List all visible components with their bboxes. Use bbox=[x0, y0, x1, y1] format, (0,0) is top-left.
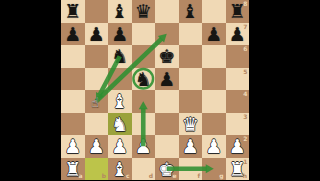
square-c2[interactable]: ♟ bbox=[108, 135, 132, 158]
square-b1[interactable]: b bbox=[85, 158, 109, 181]
white-pawn-a2[interactable]: ♟ bbox=[61, 135, 85, 158]
square-e6[interactable]: ♚ bbox=[155, 45, 179, 68]
square-a3[interactable] bbox=[61, 113, 85, 136]
square-a2[interactable]: ♟ bbox=[61, 135, 85, 158]
rank-label-4: 4 bbox=[243, 91, 247, 97]
white-pawn-g2[interactable]: ♟ bbox=[202, 135, 226, 158]
chess-board[interactable]: ♜♝♛♝8♜♟♟♟♟7♟♞♚6♞♟5♝4♞♛3♟♟♟♟♟♟2♟a♜bc♝de♚f… bbox=[61, 0, 249, 180]
square-e4[interactable] bbox=[155, 90, 179, 113]
square-a4[interactable] bbox=[61, 90, 85, 113]
square-d8[interactable]: ♛ bbox=[132, 0, 156, 23]
square-f2[interactable]: ♟ bbox=[179, 135, 203, 158]
square-f4[interactable] bbox=[179, 90, 203, 113]
white-pawn-b2[interactable]: ♟ bbox=[85, 135, 109, 158]
square-e5[interactable]: ♟ bbox=[155, 68, 179, 91]
file-label-e: e bbox=[172, 173, 176, 179]
black-pawn-a7[interactable]: ♟ bbox=[61, 23, 85, 46]
file-label-h: h bbox=[243, 173, 247, 179]
rank-label-1: 1 bbox=[243, 159, 247, 165]
black-knight-d5[interactable]: ♞ bbox=[132, 68, 156, 91]
square-b8[interactable] bbox=[85, 0, 109, 23]
black-queen-d8[interactable]: ♛ bbox=[132, 0, 156, 23]
square-e3[interactable] bbox=[155, 113, 179, 136]
white-rook-h1[interactable]: ♜ bbox=[226, 158, 250, 181]
file-label-f: f bbox=[197, 173, 200, 179]
black-knight-c6[interactable]: ♞ bbox=[108, 45, 132, 68]
white-pawn-c2[interactable]: ♟ bbox=[108, 135, 132, 158]
white-bishop-c1[interactable]: ♝ bbox=[108, 158, 132, 181]
square-a5[interactable] bbox=[61, 68, 85, 91]
square-a1[interactable]: a♜ bbox=[61, 158, 85, 181]
square-d6[interactable] bbox=[132, 45, 156, 68]
rank-label-5: 5 bbox=[243, 69, 247, 75]
black-bishop-f8[interactable]: ♝ bbox=[179, 0, 203, 23]
video-frame: ♜♝♛♝8♜♟♟♟♟7♟♞♚6♞♟5♝4♞♛3♟♟♟♟♟♟2♟a♜bc♝de♚f… bbox=[0, 0, 320, 180]
square-h2[interactable]: 2♟ bbox=[226, 135, 250, 158]
rank-label-2: 2 bbox=[243, 136, 247, 142]
square-f3[interactable]: ♛ bbox=[179, 113, 203, 136]
black-rook-h8[interactable]: ♜ bbox=[226, 0, 250, 23]
black-pawn-e5[interactable]: ♟ bbox=[155, 68, 179, 91]
square-h5[interactable]: 5 bbox=[226, 68, 250, 91]
square-h8[interactable]: 8♜ bbox=[226, 0, 250, 23]
file-label-a: a bbox=[78, 173, 82, 179]
white-rook-a1[interactable]: ♜ bbox=[61, 158, 85, 181]
square-g8[interactable] bbox=[202, 0, 226, 23]
square-b4[interactable] bbox=[85, 90, 109, 113]
square-g1[interactable]: g bbox=[202, 158, 226, 181]
square-b7[interactable]: ♟ bbox=[85, 23, 109, 46]
square-g6[interactable] bbox=[202, 45, 226, 68]
square-h4[interactable]: 4 bbox=[226, 90, 250, 113]
square-f6[interactable] bbox=[179, 45, 203, 68]
square-g4[interactable] bbox=[202, 90, 226, 113]
square-g5[interactable] bbox=[202, 68, 226, 91]
square-c3[interactable]: ♞ bbox=[108, 113, 132, 136]
file-label-g: g bbox=[219, 173, 223, 179]
square-c6[interactable]: ♞ bbox=[108, 45, 132, 68]
white-king-e1[interactable]: ♚ bbox=[155, 158, 179, 181]
square-d4[interactable] bbox=[132, 90, 156, 113]
letterbox-left bbox=[0, 0, 61, 180]
white-pawn-h2[interactable]: ♟ bbox=[226, 135, 250, 158]
square-h6[interactable]: 6 bbox=[226, 45, 250, 68]
square-e1[interactable]: e♚ bbox=[155, 158, 179, 181]
white-bishop-c4[interactable]: ♝ bbox=[108, 90, 132, 113]
square-e8[interactable] bbox=[155, 0, 179, 23]
square-f7[interactable] bbox=[179, 23, 203, 46]
square-f1[interactable]: f bbox=[179, 158, 203, 181]
file-label-c: c bbox=[126, 173, 130, 179]
square-b6[interactable] bbox=[85, 45, 109, 68]
black-pawn-b7[interactable]: ♟ bbox=[85, 23, 109, 46]
square-b2[interactable]: ♟ bbox=[85, 135, 109, 158]
square-f8[interactable]: ♝ bbox=[179, 0, 203, 23]
black-bishop-c8[interactable]: ♝ bbox=[108, 0, 132, 23]
file-label-d: d bbox=[149, 173, 153, 179]
square-e2[interactable] bbox=[155, 135, 179, 158]
square-d2[interactable]: ♟ bbox=[132, 135, 156, 158]
file-label-b: b bbox=[102, 173, 106, 179]
square-d5[interactable]: ♞ bbox=[132, 68, 156, 91]
black-rook-a8[interactable]: ♜ bbox=[61, 0, 85, 23]
square-h1[interactable]: 1h♜ bbox=[226, 158, 250, 181]
square-b5[interactable] bbox=[85, 68, 109, 91]
square-g7[interactable]: ♟ bbox=[202, 23, 226, 46]
square-a8[interactable]: ♜ bbox=[61, 0, 85, 23]
rank-label-7: 7 bbox=[243, 24, 247, 30]
square-g3[interactable] bbox=[202, 113, 226, 136]
square-d7[interactable] bbox=[132, 23, 156, 46]
square-f5[interactable] bbox=[179, 68, 203, 91]
square-c5[interactable] bbox=[108, 68, 132, 91]
black-king-e6[interactable]: ♚ bbox=[155, 45, 179, 68]
square-g2[interactable]: ♟ bbox=[202, 135, 226, 158]
square-h7[interactable]: 7♟ bbox=[226, 23, 250, 46]
square-d1[interactable]: d bbox=[132, 158, 156, 181]
square-b3[interactable] bbox=[85, 113, 109, 136]
rank-label-6: 6 bbox=[243, 46, 247, 52]
square-e7[interactable] bbox=[155, 23, 179, 46]
letterbox-right bbox=[249, 0, 320, 180]
rank-label-8: 8 bbox=[243, 1, 247, 7]
square-d3[interactable] bbox=[132, 113, 156, 136]
white-queen-f3[interactable]: ♛ bbox=[179, 113, 203, 136]
square-a6[interactable] bbox=[61, 45, 85, 68]
black-pawn-c7[interactable]: ♟ bbox=[108, 23, 132, 46]
white-pawn-d2[interactable]: ♟ bbox=[132, 135, 156, 158]
square-c4[interactable]: ♝ bbox=[108, 90, 132, 113]
square-c7[interactable]: ♟ bbox=[108, 23, 132, 46]
white-knight-c3[interactable]: ♞ bbox=[108, 113, 132, 136]
black-pawn-h7[interactable]: ♟ bbox=[226, 23, 250, 46]
white-pawn-f2[interactable]: ♟ bbox=[179, 135, 203, 158]
square-h3[interactable]: 3 bbox=[226, 113, 250, 136]
square-c1[interactable]: c♝ bbox=[108, 158, 132, 181]
black-pawn-g7[interactable]: ♟ bbox=[202, 23, 226, 46]
square-c8[interactable]: ♝ bbox=[108, 0, 132, 23]
rank-label-3: 3 bbox=[243, 114, 247, 120]
square-a7[interactable]: ♟ bbox=[61, 23, 85, 46]
